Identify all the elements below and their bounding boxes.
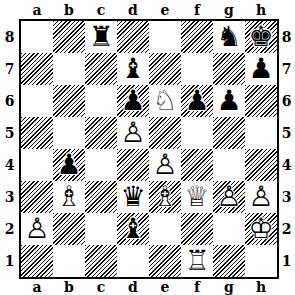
square-f2[interactable] — [181, 213, 213, 245]
piece-black-pawn[interactable]: ♟ — [213, 85, 245, 117]
rank-label-2: 2 — [0, 213, 19, 245]
piece-black-rook[interactable]: ♜ — [85, 21, 117, 53]
square-g3[interactable]: ♟♙ — [213, 181, 245, 213]
file-label-f: f — [181, 0, 213, 19]
square-d7[interactable]: ♝ — [117, 53, 149, 85]
square-g7[interactable] — [213, 53, 245, 85]
square-h6[interactable] — [245, 85, 277, 117]
file-labels-top: abcdefgh — [21, 0, 277, 19]
square-b7[interactable] — [53, 53, 85, 85]
square-d3[interactable]: ♛ — [117, 181, 149, 213]
square-f7[interactable] — [181, 53, 213, 85]
square-c7[interactable] — [85, 53, 117, 85]
piece-white-pawn[interactable]: ♟♙ — [213, 181, 245, 213]
rank-labels-right: 87654321 — [278, 21, 295, 277]
white-pawn-icon: ♙ — [21, 213, 53, 245]
square-e5[interactable] — [149, 117, 181, 149]
square-h4[interactable] — [245, 149, 277, 181]
piece-black-pawn[interactable]: ♟ — [53, 149, 85, 181]
rank-label-8: 8 — [0, 21, 19, 53]
square-e3[interactable]: ♝♗ — [149, 181, 181, 213]
file-label-c: c — [85, 278, 117, 295]
white-knight-icon: ♘ — [149, 85, 181, 117]
square-b3[interactable]: ♝♗ — [53, 181, 85, 213]
square-g4[interactable] — [213, 149, 245, 181]
square-b1[interactable] — [53, 245, 85, 277]
rank-label-1: 1 — [0, 245, 19, 277]
square-h8[interactable]: ♚ — [245, 21, 277, 53]
square-a3[interactable] — [21, 181, 53, 213]
rank-label-7: 7 — [278, 53, 295, 85]
black-pawn-icon: ♟ — [53, 149, 85, 181]
square-c2[interactable] — [85, 213, 117, 245]
black-pawn-icon: ♟ — [181, 85, 213, 117]
rank-labels-left: 87654321 — [0, 21, 19, 277]
square-g8[interactable]: ♞ — [213, 21, 245, 53]
square-g2[interactable] — [213, 213, 245, 245]
piece-black-bishop[interactable]: ♝ — [117, 53, 149, 85]
file-label-f: f — [181, 278, 213, 295]
square-c6[interactable] — [85, 85, 117, 117]
white-bishop-icon: ♗ — [53, 181, 85, 213]
square-d5[interactable]: ♟♙ — [117, 117, 149, 149]
square-c8[interactable]: ♜ — [85, 21, 117, 53]
rank-label-6: 6 — [0, 85, 19, 117]
square-c5[interactable] — [85, 117, 117, 149]
file-label-d: d — [117, 0, 149, 19]
white-pawn-icon: ♙ — [117, 117, 149, 149]
file-label-e: e — [149, 278, 181, 295]
square-d2[interactable]: ♝ — [117, 213, 149, 245]
piece-black-pawn[interactable]: ♟ — [181, 85, 213, 117]
square-f8[interactable] — [181, 21, 213, 53]
black-pawn-icon: ♟ — [117, 85, 149, 117]
file-label-a: a — [21, 278, 53, 295]
white-pawn-icon: ♙ — [149, 149, 181, 181]
square-b2[interactable] — [53, 213, 85, 245]
file-label-b: b — [53, 278, 85, 295]
square-e1[interactable] — [149, 245, 181, 277]
black-rook-icon: ♜ — [85, 21, 117, 53]
square-h7[interactable]: ♟ — [245, 53, 277, 85]
square-c1[interactable] — [85, 245, 117, 277]
rank-label-8: 8 — [278, 21, 295, 53]
white-king-icon: ♔ — [245, 213, 277, 245]
file-label-b: b — [53, 0, 85, 19]
square-f6[interactable]: ♟ — [181, 85, 213, 117]
square-h5[interactable] — [245, 117, 277, 149]
file-label-c: c — [85, 0, 117, 19]
piece-white-knight[interactable]: ♞♘ — [149, 85, 181, 117]
file-label-h: h — [245, 278, 277, 295]
square-a1[interactable] — [21, 245, 53, 277]
white-queen-icon: ♕ — [181, 181, 213, 213]
square-h1[interactable] — [245, 245, 277, 277]
piece-white-pawn[interactable]: ♟♙ — [117, 117, 149, 149]
rank-label-6: 6 — [278, 85, 295, 117]
rank-label-2: 2 — [278, 213, 295, 245]
piece-white-king[interactable]: ♚♔ — [245, 213, 277, 245]
black-bishop-icon: ♝ — [117, 213, 149, 245]
file-label-h: h — [245, 0, 277, 19]
square-e4[interactable]: ♟♙ — [149, 149, 181, 181]
black-pawn-icon: ♟ — [245, 53, 277, 85]
white-rook-icon: ♖ — [181, 245, 213, 277]
square-b4[interactable]: ♟ — [53, 149, 85, 181]
square-a2[interactable]: ♟♙ — [21, 213, 53, 245]
piece-black-king[interactable]: ♚ — [245, 21, 277, 53]
chess-board: ♜♞♚♝♟♟♞♘♟♟♟♙♟♟♙♝♗♛♝♗♛♕♟♙♟♙♟♙♝♚♔♜♖ — [19, 19, 279, 279]
piece-white-bishop[interactable]: ♝♗ — [149, 181, 181, 213]
rank-label-5: 5 — [278, 117, 295, 149]
file-label-d: d — [117, 278, 149, 295]
white-pawn-icon: ♙ — [213, 181, 245, 213]
piece-black-bishop[interactable]: ♝ — [117, 213, 149, 245]
square-g1[interactable] — [213, 245, 245, 277]
rank-label-3: 3 — [0, 181, 19, 213]
piece-black-knight[interactable]: ♞ — [213, 21, 245, 53]
square-f4[interactable] — [181, 149, 213, 181]
square-f5[interactable] — [181, 117, 213, 149]
piece-white-bishop[interactable]: ♝♗ — [53, 181, 85, 213]
rank-label-3: 3 — [278, 181, 295, 213]
square-b5[interactable] — [53, 117, 85, 149]
rank-label-5: 5 — [0, 117, 19, 149]
piece-black-pawn[interactable]: ♟ — [245, 53, 277, 85]
square-b6[interactable] — [53, 85, 85, 117]
file-label-g: g — [213, 278, 245, 295]
square-d8[interactable] — [117, 21, 149, 53]
square-f3[interactable]: ♛♕ — [181, 181, 213, 213]
piece-white-pawn[interactable]: ♟♙ — [149, 149, 181, 181]
square-g6[interactable]: ♟ — [213, 85, 245, 117]
square-a5[interactable] — [21, 117, 53, 149]
file-label-e: e — [149, 0, 181, 19]
square-d4[interactable] — [117, 149, 149, 181]
white-bishop-icon: ♗ — [149, 181, 181, 213]
piece-white-pawn[interactable]: ♟♙ — [21, 213, 53, 245]
square-a6[interactable] — [21, 85, 53, 117]
file-labels-bottom: abcdefgh — [21, 278, 277, 295]
square-h3[interactable]: ♟♙ — [245, 181, 277, 213]
square-e6[interactable]: ♞♘ — [149, 85, 181, 117]
chess-diagram: abcdefgh abcdefgh 87654321 87654321 ♜♞♚♝… — [0, 0, 295, 295]
rank-label-1: 1 — [278, 245, 295, 277]
square-e7[interactable] — [149, 53, 181, 85]
square-c4[interactable] — [85, 149, 117, 181]
square-a7[interactable] — [21, 53, 53, 85]
square-e8[interactable] — [149, 21, 181, 53]
square-c3[interactable] — [85, 181, 117, 213]
piece-black-queen[interactable]: ♛ — [117, 181, 149, 213]
piece-white-pawn[interactable]: ♟♙ — [245, 181, 277, 213]
rank-label-4: 4 — [0, 149, 19, 181]
file-label-g: g — [213, 0, 245, 19]
rank-label-7: 7 — [0, 53, 19, 85]
black-pawn-icon: ♟ — [213, 85, 245, 117]
square-h2[interactable]: ♚♔ — [245, 213, 277, 245]
black-queen-icon: ♛ — [117, 181, 149, 213]
square-d1[interactable] — [117, 245, 149, 277]
black-bishop-icon: ♝ — [117, 53, 149, 85]
black-knight-icon: ♞ — [213, 21, 245, 53]
black-king-icon: ♚ — [245, 21, 277, 53]
square-b8[interactable] — [53, 21, 85, 53]
square-e2[interactable] — [149, 213, 181, 245]
square-a4[interactable] — [21, 149, 53, 181]
square-f1[interactable]: ♜♖ — [181, 245, 213, 277]
file-label-a: a — [21, 0, 53, 19]
square-d6[interactable]: ♟ — [117, 85, 149, 117]
square-a8[interactable] — [21, 21, 53, 53]
piece-white-queen[interactable]: ♛♕ — [181, 181, 213, 213]
white-pawn-icon: ♙ — [245, 181, 277, 213]
piece-black-pawn[interactable]: ♟ — [117, 85, 149, 117]
piece-white-rook[interactable]: ♜♖ — [181, 245, 213, 277]
rank-label-4: 4 — [278, 149, 295, 181]
square-g5[interactable] — [213, 117, 245, 149]
